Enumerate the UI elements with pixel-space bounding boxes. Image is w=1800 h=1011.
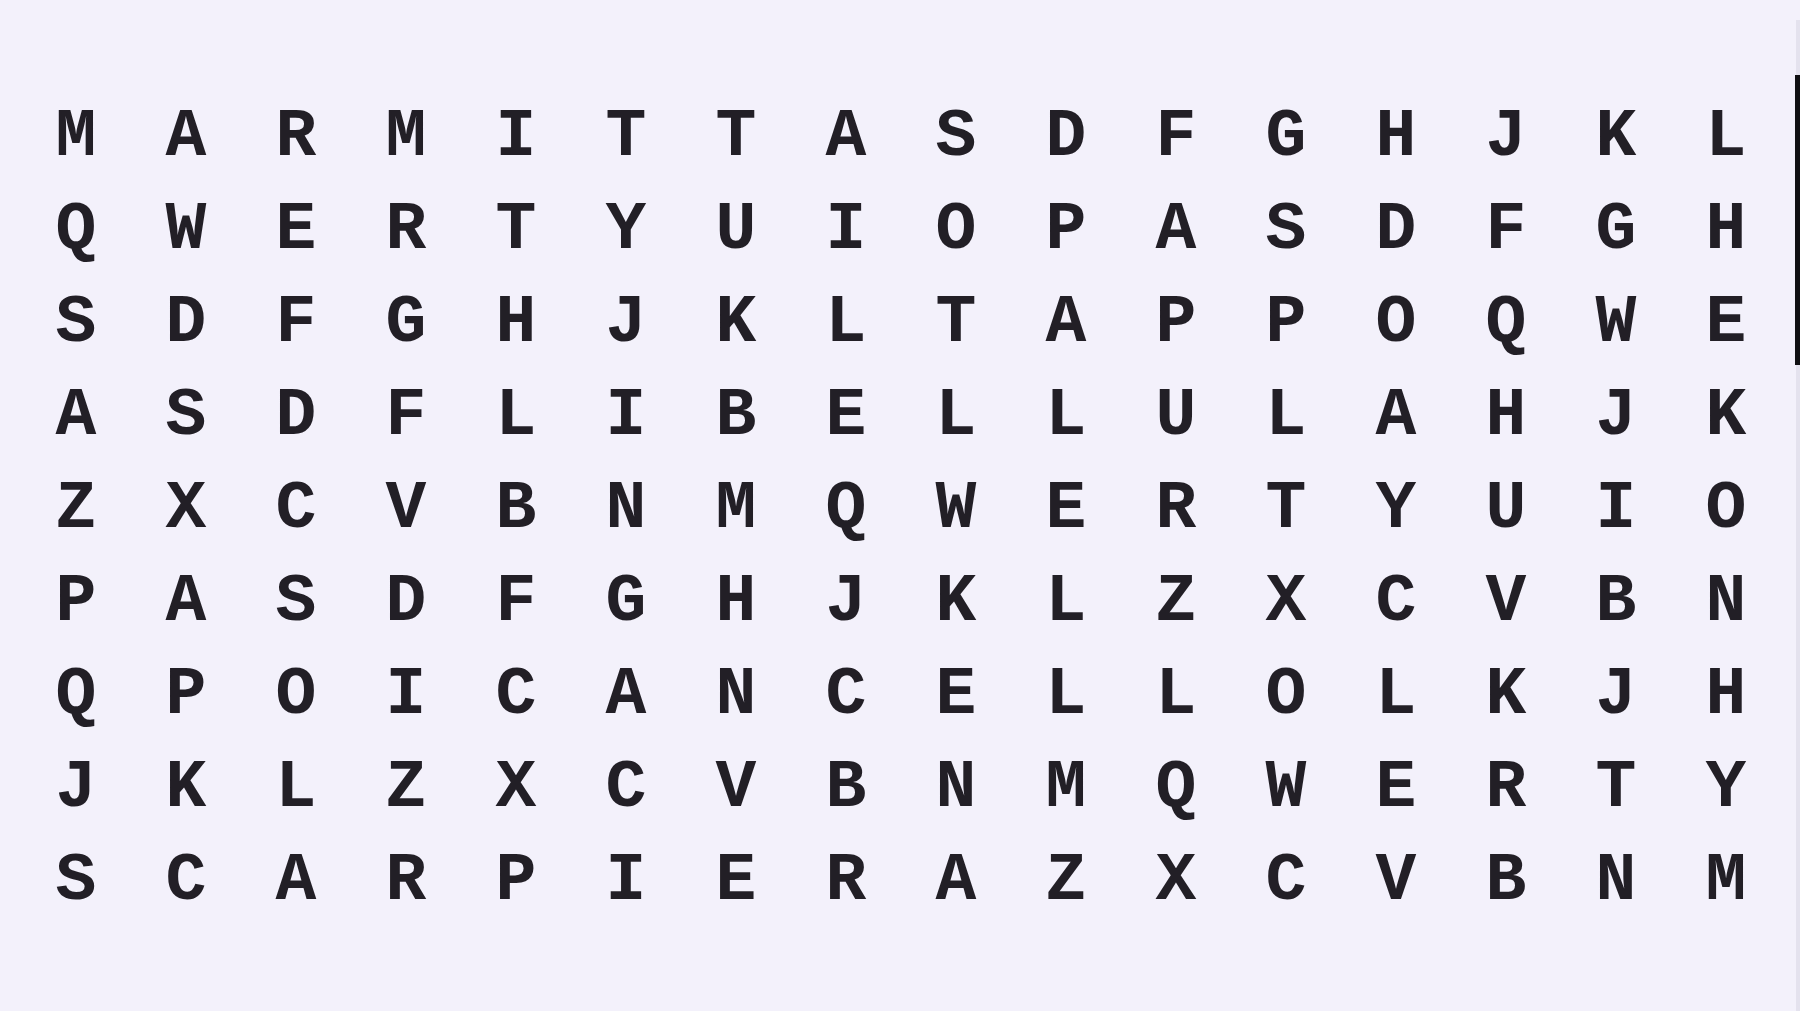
- grid-cell[interactable]: E: [1341, 741, 1451, 834]
- grid-cell[interactable]: A: [21, 369, 131, 462]
- grid-cell[interactable]: M: [351, 90, 461, 183]
- grid-cell[interactable]: O: [1671, 462, 1781, 555]
- grid-cell[interactable]: O: [241, 648, 351, 741]
- grid-cell[interactable]: L: [1671, 90, 1781, 183]
- grid-cell[interactable]: Q: [791, 462, 901, 555]
- grid-cell[interactable]: C: [571, 741, 681, 834]
- grid-cell[interactable]: O: [1341, 276, 1451, 369]
- grid-cell[interactable]: S: [901, 90, 1011, 183]
- scrollbar-track[interactable]: [1796, 20, 1800, 1011]
- grid-cell[interactable]: D: [1341, 183, 1451, 276]
- grid-cell[interactable]: J: [791, 555, 901, 648]
- grid-cell[interactable]: K: [131, 741, 241, 834]
- grid-cell[interactable]: A: [791, 90, 901, 183]
- grid-cell[interactable]: B: [461, 462, 571, 555]
- grid-cell[interactable]: S: [1231, 183, 1341, 276]
- grid-cell[interactable]: J: [1451, 90, 1561, 183]
- grid-cell[interactable]: P: [1121, 276, 1231, 369]
- grid-cell[interactable]: L: [1011, 555, 1121, 648]
- grid-cell[interactable]: K: [1671, 369, 1781, 462]
- grid-cell[interactable]: A: [901, 834, 1011, 927]
- grid-cell[interactable]: K: [1451, 648, 1561, 741]
- grid-cell[interactable]: A: [131, 555, 241, 648]
- grid-cell[interactable]: U: [1121, 369, 1231, 462]
- grid-cell[interactable]: F: [461, 555, 571, 648]
- grid-cell[interactable]: L: [461, 369, 571, 462]
- grid-cell[interactable]: R: [1451, 741, 1561, 834]
- grid-cell[interactable]: E: [241, 183, 351, 276]
- grid-cell[interactable]: L: [1121, 648, 1231, 741]
- grid-cell[interactable]: V: [351, 462, 461, 555]
- page-background: { "game": "word-search", "position": "MA…: [0, 0, 1800, 1011]
- grid-cell[interactable]: I: [1561, 462, 1671, 555]
- grid-cell[interactable]: L: [791, 276, 901, 369]
- grid-cell[interactable]: E: [901, 648, 1011, 741]
- grid-cell[interactable]: G: [351, 276, 461, 369]
- grid-cell[interactable]: E: [681, 834, 791, 927]
- grid-cell[interactable]: D: [131, 276, 241, 369]
- grid-cell[interactable]: V: [681, 741, 791, 834]
- grid-cell[interactable]: N: [901, 741, 1011, 834]
- grid-cell[interactable]: Z: [21, 462, 131, 555]
- grid-cell[interactable]: Q: [1121, 741, 1231, 834]
- scrollbar-thumb[interactable]: [1795, 75, 1800, 365]
- grid-cell[interactable]: I: [351, 648, 461, 741]
- grid-cell[interactable]: W: [901, 462, 1011, 555]
- grid-cell[interactable]: V: [1341, 834, 1451, 927]
- grid-cell[interactable]: L: [241, 741, 351, 834]
- grid-cell[interactable]: T: [461, 183, 571, 276]
- grid-cell[interactable]: X: [1231, 555, 1341, 648]
- grid-cell[interactable]: C: [461, 648, 571, 741]
- grid-cell[interactable]: T: [1231, 462, 1341, 555]
- grid-cell[interactable]: P: [1011, 183, 1121, 276]
- grid-cell[interactable]: Q: [21, 183, 131, 276]
- grid-cell[interactable]: J: [21, 741, 131, 834]
- grid-cell[interactable]: A: [571, 648, 681, 741]
- grid-cell[interactable]: M: [1671, 834, 1781, 927]
- grid-cell[interactable]: H: [1671, 183, 1781, 276]
- grid-cell[interactable]: I: [571, 369, 681, 462]
- grid-cell[interactable]: A: [131, 90, 241, 183]
- grid-cell[interactable]: S: [21, 834, 131, 927]
- grid-cell[interactable]: H: [681, 555, 791, 648]
- grid-cell[interactable]: I: [571, 834, 681, 927]
- grid-cell[interactable]: N: [1561, 834, 1671, 927]
- grid-cell[interactable]: V: [1451, 555, 1561, 648]
- grid-cell[interactable]: M: [681, 462, 791, 555]
- grid-cell[interactable]: Y: [571, 183, 681, 276]
- grid-cell[interactable]: T: [571, 90, 681, 183]
- grid-cell[interactable]: I: [461, 90, 571, 183]
- grid-cell[interactable]: C: [131, 834, 241, 927]
- grid-cell[interactable]: W: [1561, 276, 1671, 369]
- grid-cell[interactable]: F: [1121, 90, 1231, 183]
- grid-cell[interactable]: L: [1231, 369, 1341, 462]
- grid-cell[interactable]: Z: [351, 741, 461, 834]
- grid-cell[interactable]: B: [791, 741, 901, 834]
- grid-cell[interactable]: Z: [1011, 834, 1121, 927]
- grid-cell[interactable]: A: [1011, 276, 1121, 369]
- grid-cell[interactable]: J: [1561, 648, 1671, 741]
- grid-cell[interactable]: T: [901, 276, 1011, 369]
- grid-cell[interactable]: P: [1231, 276, 1341, 369]
- grid-cell[interactable]: K: [901, 555, 1011, 648]
- grid-cell[interactable]: S: [131, 369, 241, 462]
- grid-cell[interactable]: N: [571, 462, 681, 555]
- grid-cell[interactable]: G: [1231, 90, 1341, 183]
- grid-cell[interactable]: K: [681, 276, 791, 369]
- grid-cell[interactable]: Y: [1341, 462, 1451, 555]
- grid-cell[interactable]: M: [21, 90, 131, 183]
- grid-cell[interactable]: R: [1121, 462, 1231, 555]
- grid-cell[interactable]: O: [1231, 648, 1341, 741]
- grid-cell[interactable]: D: [351, 555, 461, 648]
- grid-cell[interactable]: D: [1011, 90, 1121, 183]
- grid-cell[interactable]: B: [1451, 834, 1561, 927]
- grid-cell[interactable]: I: [791, 183, 901, 276]
- grid-cell[interactable]: E: [791, 369, 901, 462]
- grid-cell[interactable]: J: [571, 276, 681, 369]
- grid-cell[interactable]: C: [241, 462, 351, 555]
- grid-cell[interactable]: C: [1231, 834, 1341, 927]
- grid-cell[interactable]: F: [241, 276, 351, 369]
- grid-cell[interactable]: R: [351, 183, 461, 276]
- grid-cell[interactable]: K: [1561, 90, 1671, 183]
- grid-cell[interactable]: E: [1011, 462, 1121, 555]
- grid-cell[interactable]: P: [461, 834, 571, 927]
- grid-cell[interactable]: B: [681, 369, 791, 462]
- grid-cell[interactable]: Y: [1671, 741, 1781, 834]
- grid-cell[interactable]: H: [1671, 648, 1781, 741]
- grid-cell[interactable]: H: [1451, 369, 1561, 462]
- grid-cell[interactable]: P: [131, 648, 241, 741]
- grid-cell[interactable]: B: [1561, 555, 1671, 648]
- grid-cell[interactable]: P: [21, 555, 131, 648]
- grid-cell[interactable]: D: [241, 369, 351, 462]
- grid-cell[interactable]: S: [21, 276, 131, 369]
- grid-cell[interactable]: R: [241, 90, 351, 183]
- grid-cell[interactable]: A: [1341, 369, 1451, 462]
- grid-cell[interactable]: L: [1341, 648, 1451, 741]
- grid-cell[interactable]: J: [1561, 369, 1671, 462]
- grid-cell[interactable]: U: [681, 183, 791, 276]
- grid-cell[interactable]: C: [791, 648, 901, 741]
- grid-cell[interactable]: X: [131, 462, 241, 555]
- grid-cell[interactable]: U: [1451, 462, 1561, 555]
- grid-cell[interactable]: T: [1561, 741, 1671, 834]
- grid-cell[interactable]: Q: [21, 648, 131, 741]
- grid-cell[interactable]: G: [571, 555, 681, 648]
- grid-cell[interactable]: E: [1671, 276, 1781, 369]
- grid-cell[interactable]: R: [791, 834, 901, 927]
- grid-cell[interactable]: H: [461, 276, 571, 369]
- grid-cell[interactable]: R: [351, 834, 461, 927]
- grid-cell[interactable]: M: [1011, 741, 1121, 834]
- grid-cell[interactable]: W: [131, 183, 241, 276]
- grid-cell[interactable]: C: [1341, 555, 1451, 648]
- word-search-board: MARMITTASDFGHJKLQWERTYUIOPASDFGHSDFGHJKL…: [21, 90, 1781, 927]
- grid-cell[interactable]: G: [1561, 183, 1671, 276]
- grid-cell[interactable]: A: [1121, 183, 1231, 276]
- grid-cell[interactable]: L: [1011, 648, 1121, 741]
- grid-cell[interactable]: N: [1671, 555, 1781, 648]
- grid-cell[interactable]: S: [241, 555, 351, 648]
- grid-cell[interactable]: X: [461, 741, 571, 834]
- grid-cell[interactable]: Z: [1121, 555, 1231, 648]
- grid-cell[interactable]: Q: [1451, 276, 1561, 369]
- grid-cell[interactable]: H: [1341, 90, 1451, 183]
- grid-cell[interactable]: T: [681, 90, 791, 183]
- grid-cell[interactable]: W: [1231, 741, 1341, 834]
- grid-cell[interactable]: L: [1011, 369, 1121, 462]
- grid-cell[interactable]: X: [1121, 834, 1231, 927]
- grid-cell[interactable]: A: [241, 834, 351, 927]
- grid-cell[interactable]: F: [351, 369, 461, 462]
- grid-cell[interactable]: L: [901, 369, 1011, 462]
- grid-cell[interactable]: F: [1451, 183, 1561, 276]
- grid-cell[interactable]: N: [681, 648, 791, 741]
- grid-cell[interactable]: O: [901, 183, 1011, 276]
